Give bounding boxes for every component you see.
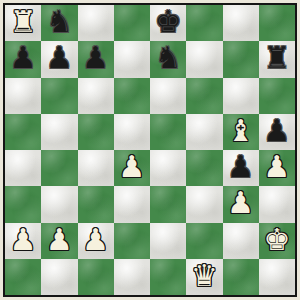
square-a7[interactable]: ♟ xyxy=(5,41,41,77)
square-f4[interactable] xyxy=(186,150,222,186)
piece-white-pawn[interactable]: ♟ xyxy=(10,225,37,255)
square-d1[interactable] xyxy=(114,259,150,295)
square-f8[interactable] xyxy=(186,5,222,41)
square-g3[interactable]: ♟ xyxy=(223,186,259,222)
square-a1[interactable] xyxy=(5,259,41,295)
square-a3[interactable] xyxy=(5,186,41,222)
chess-board-frame: ♜♞♚♟♟♟♞♜♝♟♟♟♟♟♟♟♟♚♛ xyxy=(0,0,300,300)
piece-black-pawn[interactable]: ♟ xyxy=(46,43,73,73)
square-c3[interactable] xyxy=(78,186,114,222)
square-c2[interactable]: ♟ xyxy=(78,223,114,259)
square-e5[interactable] xyxy=(150,114,186,150)
square-d5[interactable] xyxy=(114,114,150,150)
square-c7[interactable]: ♟ xyxy=(78,41,114,77)
piece-white-pawn[interactable]: ♟ xyxy=(263,152,290,182)
square-f7[interactable] xyxy=(186,41,222,77)
square-g7[interactable] xyxy=(223,41,259,77)
piece-white-pawn[interactable]: ♟ xyxy=(82,225,109,255)
square-e2[interactable] xyxy=(150,223,186,259)
square-g8[interactable] xyxy=(223,5,259,41)
square-a2[interactable]: ♟ xyxy=(5,223,41,259)
square-g1[interactable] xyxy=(223,259,259,295)
square-e7[interactable]: ♞ xyxy=(150,41,186,77)
square-h4[interactable]: ♟ xyxy=(259,150,295,186)
square-h5[interactable]: ♟ xyxy=(259,114,295,150)
square-g2[interactable] xyxy=(223,223,259,259)
piece-black-knight[interactable]: ♞ xyxy=(155,43,182,73)
piece-white-pawn[interactable]: ♟ xyxy=(118,152,145,182)
square-g4[interactable]: ♟ xyxy=(223,150,259,186)
square-d4[interactable]: ♟ xyxy=(114,150,150,186)
square-e3[interactable] xyxy=(150,186,186,222)
square-h2[interactable]: ♚ xyxy=(259,223,295,259)
square-f3[interactable] xyxy=(186,186,222,222)
chess-board: ♜♞♚♟♟♟♞♜♝♟♟♟♟♟♟♟♟♚♛ xyxy=(5,5,295,295)
piece-black-rook[interactable]: ♜ xyxy=(263,43,290,73)
square-c4[interactable] xyxy=(78,150,114,186)
square-h6[interactable] xyxy=(259,78,295,114)
piece-white-pawn[interactable]: ♟ xyxy=(46,225,73,255)
piece-black-pawn[interactable]: ♟ xyxy=(227,152,254,182)
square-h1[interactable] xyxy=(259,259,295,295)
square-h7[interactable]: ♜ xyxy=(259,41,295,77)
square-d2[interactable] xyxy=(114,223,150,259)
square-b4[interactable] xyxy=(41,150,77,186)
square-a8[interactable]: ♜ xyxy=(5,5,41,41)
square-g5[interactable]: ♝ xyxy=(223,114,259,150)
piece-white-pawn[interactable]: ♟ xyxy=(227,188,254,218)
square-e8[interactable]: ♚ xyxy=(150,5,186,41)
chess-board-border: ♜♞♚♟♟♟♞♜♝♟♟♟♟♟♟♟♟♚♛ xyxy=(3,3,297,297)
piece-white-king[interactable]: ♚ xyxy=(263,225,290,255)
square-a6[interactable] xyxy=(5,78,41,114)
piece-white-queen[interactable]: ♛ xyxy=(191,261,218,291)
square-c1[interactable] xyxy=(78,259,114,295)
square-d6[interactable] xyxy=(114,78,150,114)
piece-black-pawn[interactable]: ♟ xyxy=(263,116,290,146)
square-b2[interactable]: ♟ xyxy=(41,223,77,259)
square-d3[interactable] xyxy=(114,186,150,222)
square-a5[interactable] xyxy=(5,114,41,150)
square-b8[interactable]: ♞ xyxy=(41,5,77,41)
square-f6[interactable] xyxy=(186,78,222,114)
square-e6[interactable] xyxy=(150,78,186,114)
square-b7[interactable]: ♟ xyxy=(41,41,77,77)
piece-white-bishop[interactable]: ♝ xyxy=(227,116,254,146)
square-b6[interactable] xyxy=(41,78,77,114)
piece-black-knight[interactable]: ♞ xyxy=(46,7,73,37)
square-d7[interactable] xyxy=(114,41,150,77)
piece-black-pawn[interactable]: ♟ xyxy=(82,43,109,73)
square-h3[interactable] xyxy=(259,186,295,222)
square-b3[interactable] xyxy=(41,186,77,222)
square-f1[interactable]: ♛ xyxy=(186,259,222,295)
square-c5[interactable] xyxy=(78,114,114,150)
square-b5[interactable] xyxy=(41,114,77,150)
square-f5[interactable] xyxy=(186,114,222,150)
square-b1[interactable] xyxy=(41,259,77,295)
square-d8[interactable] xyxy=(114,5,150,41)
piece-black-pawn[interactable]: ♟ xyxy=(10,43,37,73)
square-e1[interactable] xyxy=(150,259,186,295)
square-f2[interactable] xyxy=(186,223,222,259)
square-a4[interactable] xyxy=(5,150,41,186)
piece-white-rook[interactable]: ♜ xyxy=(10,7,37,37)
piece-black-king[interactable]: ♚ xyxy=(155,7,182,37)
square-c6[interactable] xyxy=(78,78,114,114)
square-g6[interactable] xyxy=(223,78,259,114)
square-c8[interactable] xyxy=(78,5,114,41)
square-h8[interactable] xyxy=(259,5,295,41)
square-e4[interactable] xyxy=(150,150,186,186)
